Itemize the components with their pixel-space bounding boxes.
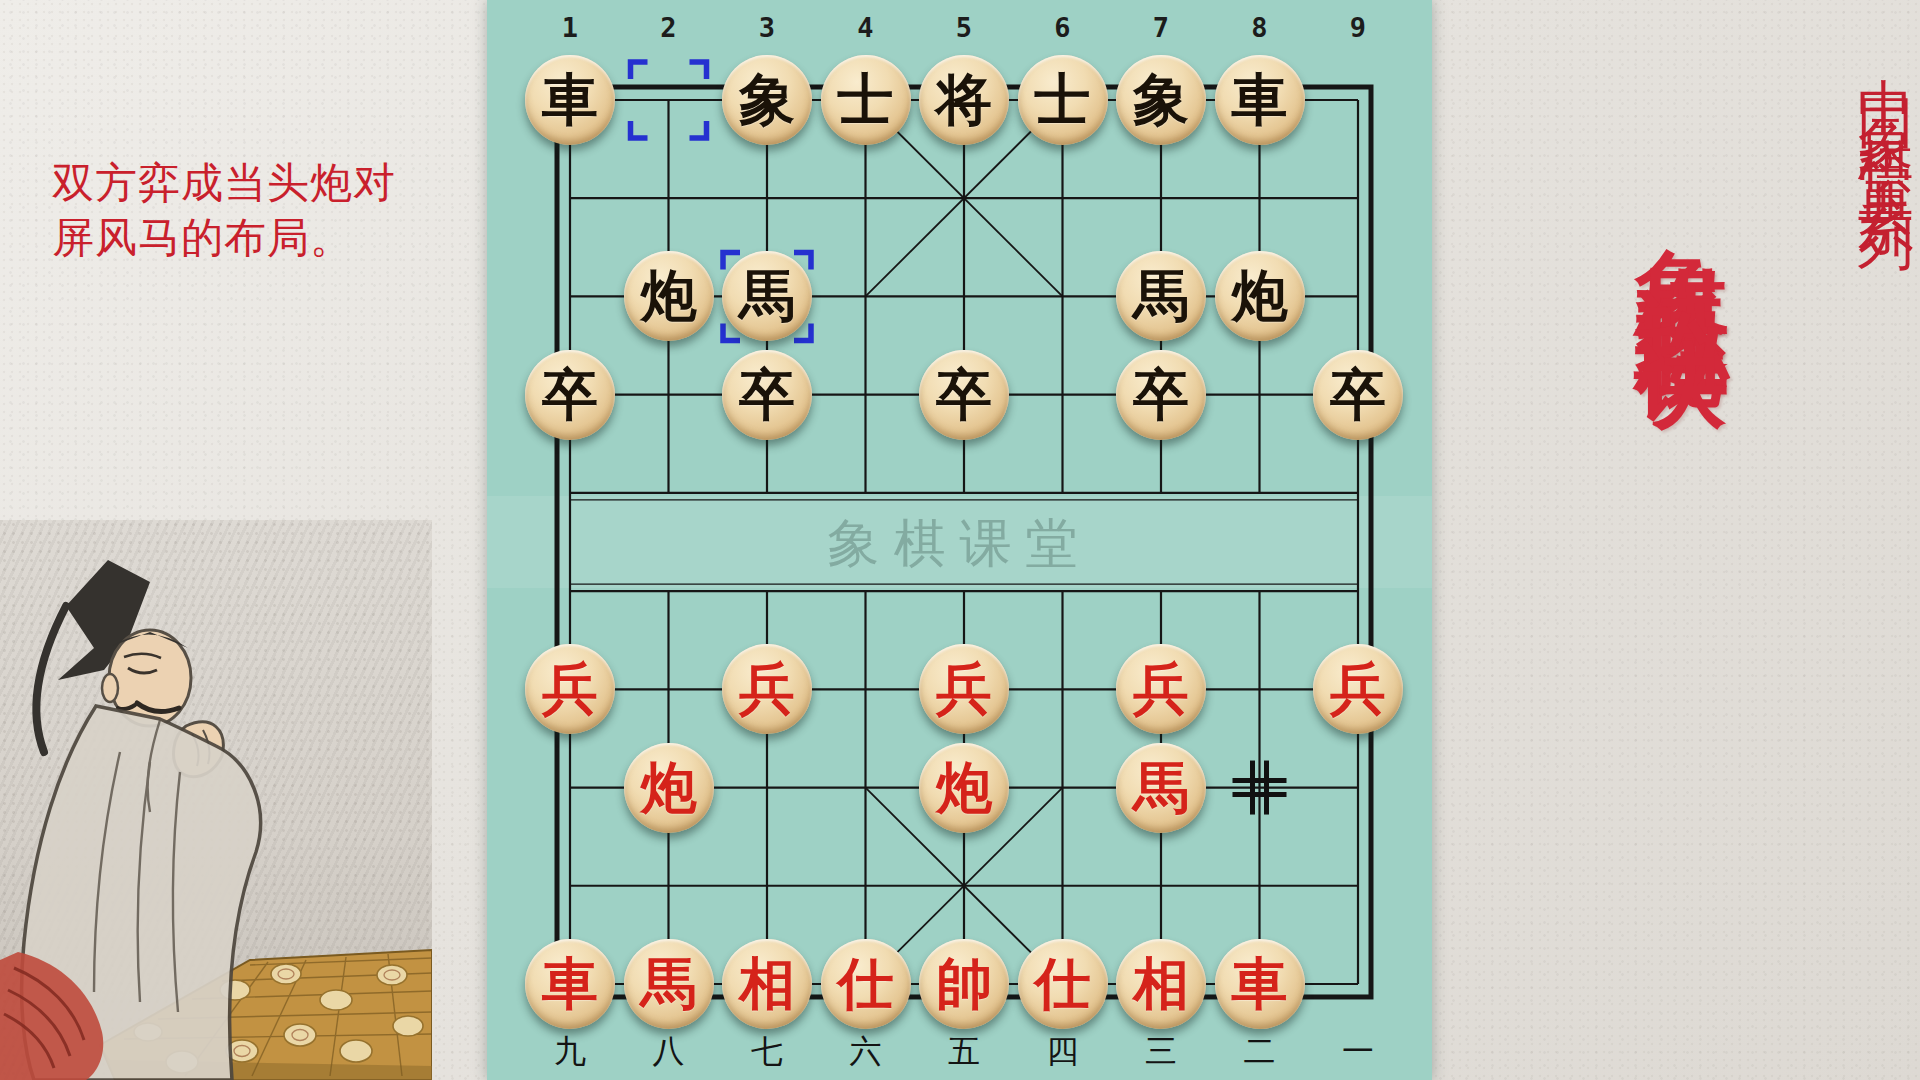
piece-glyph: 卒	[936, 367, 992, 423]
piece-glyph: 卒	[739, 367, 795, 423]
piece-glyph: 象	[1133, 72, 1189, 128]
piece-glyph: 馬	[641, 956, 697, 1012]
piece-black-f7r1[interactable]: 象	[1116, 55, 1206, 145]
piece-red-f3r7[interactable]: 兵	[722, 644, 812, 734]
piece-glyph: 炮	[936, 760, 992, 816]
piece-black-f7r3[interactable]: 馬	[1116, 251, 1206, 341]
file-label-top: 1	[540, 12, 600, 43]
piece-glyph: 士	[1035, 72, 1091, 128]
piece-black-f8r1[interactable]: 車	[1215, 55, 1305, 145]
piece-glyph: 馬	[1133, 760, 1189, 816]
file-label-top: 4	[836, 12, 896, 43]
file-label-bottom: 八	[639, 1030, 699, 1074]
piece-glyph: 兵	[1133, 661, 1189, 717]
xiangqi-lesson-screen: { "game": "xiangqi (Chinese chess)", "po…	[0, 0, 1920, 1080]
piece-glyph: 卒	[542, 367, 598, 423]
file-label-bottom: 二	[1230, 1030, 1290, 1074]
piece-black-f3r4[interactable]: 卒	[722, 350, 812, 440]
piece-glyph: 車	[542, 72, 598, 128]
piece-glyph: 車	[542, 956, 598, 1012]
piece-red-f5r7[interactable]: 兵	[919, 644, 1009, 734]
piece-red-f1r7[interactable]: 兵	[525, 644, 615, 734]
piece-red-f3r10[interactable]: 相	[722, 939, 812, 1029]
piece-glyph: 象	[739, 72, 795, 128]
piece-red-f4r10[interactable]: 仕	[821, 939, 911, 1029]
left-caption-text: 双方弈成当头炮对屏风马的布局。	[52, 156, 402, 267]
file-label-top: 5	[934, 12, 994, 43]
piece-glyph: 兵	[1330, 661, 1386, 717]
piece-glyph: 車	[1232, 956, 1288, 1012]
piece-black-f7r4[interactable]: 卒	[1116, 350, 1206, 440]
file-label-bottom: 六	[836, 1030, 896, 1074]
piece-red-f9r7[interactable]: 兵	[1313, 644, 1403, 734]
piece-glyph: 兵	[542, 661, 598, 717]
piece-black-f3r3[interactable]: 馬	[722, 251, 812, 341]
piece-glyph: 卒	[1133, 367, 1189, 423]
file-label-bottom: 九	[540, 1030, 600, 1074]
file-label-bottom: 一	[1328, 1030, 1388, 1074]
piece-glyph: 馬	[739, 268, 795, 324]
main-title-vertical: 象棋速胜秘诀	[1620, 172, 1747, 872]
file-label-bottom: 三	[1131, 1030, 1191, 1074]
piece-red-f6r10[interactable]: 仕	[1018, 939, 1108, 1029]
piece-red-f2r8[interactable]: 炮	[624, 743, 714, 833]
piece-black-f4r1[interactable]: 士	[821, 55, 911, 145]
piece-red-f7r8[interactable]: 馬	[1116, 743, 1206, 833]
piece-glyph: 仕	[838, 956, 894, 1012]
piece-glyph: 炮	[641, 760, 697, 816]
piece-glyph: 炮	[1232, 268, 1288, 324]
piece-glyph: 相	[1133, 956, 1189, 1012]
piece-red-f2r10[interactable]: 馬	[624, 939, 714, 1029]
sage-photo-area	[0, 520, 432, 1080]
piece-glyph: 兵	[739, 661, 795, 717]
file-label-top: 7	[1131, 12, 1191, 43]
piece-glyph: 兵	[936, 661, 992, 717]
piece-red-f1r10[interactable]: 車	[525, 939, 615, 1029]
file-label-bottom: 四	[1033, 1030, 1093, 1074]
file-label-top: 9	[1328, 12, 1388, 43]
file-label-top: 6	[1033, 12, 1093, 43]
piece-black-f5r4[interactable]: 卒	[919, 350, 1009, 440]
piece-red-f8r10[interactable]: 車	[1215, 939, 1305, 1029]
river-watermark: 象棋课堂	[487, 509, 1432, 579]
file-label-top: 3	[737, 12, 797, 43]
piece-black-f8r3[interactable]: 炮	[1215, 251, 1305, 341]
piece-glyph: 炮	[641, 268, 697, 324]
piece-black-f9r4[interactable]: 卒	[1313, 350, 1403, 440]
piece-glyph: 士	[838, 72, 894, 128]
file-label-top: 8	[1230, 12, 1290, 43]
xiangqi-board[interactable]: 象棋课堂 123456789九八七六五四三二一 車象士将士象車炮馬馬炮卒卒卒卒卒…	[487, 0, 1432, 1080]
piece-glyph: 馬	[1133, 268, 1189, 324]
series-title-vertical: 中国象棋宝典系列	[1848, 34, 1920, 674]
piece-red-f5r10[interactable]: 帥	[919, 939, 1009, 1029]
file-label-bottom: 五	[934, 1030, 994, 1074]
piece-red-f7r10[interactable]: 相	[1116, 939, 1206, 1029]
piece-glyph: 車	[1232, 72, 1288, 128]
piece-red-f7r7[interactable]: 兵	[1116, 644, 1206, 734]
piece-glyph: 帥	[936, 956, 992, 1012]
piece-black-f1r1[interactable]: 車	[525, 55, 615, 145]
piece-red-f5r8[interactable]: 炮	[919, 743, 1009, 833]
piece-black-f3r1[interactable]: 象	[722, 55, 812, 145]
piece-glyph: 将	[936, 72, 992, 128]
sage-illustration	[0, 520, 432, 1080]
piece-glyph: 相	[739, 956, 795, 1012]
piece-glyph: 卒	[1330, 367, 1386, 423]
piece-glyph: 仕	[1035, 956, 1091, 1012]
piece-black-f1r4[interactable]: 卒	[525, 350, 615, 440]
file-label-top: 2	[639, 12, 699, 43]
piece-black-f2r3[interactable]: 炮	[624, 251, 714, 341]
piece-black-f6r1[interactable]: 士	[1018, 55, 1108, 145]
piece-black-f5r1[interactable]: 将	[919, 55, 1009, 145]
file-label-bottom: 七	[737, 1030, 797, 1074]
